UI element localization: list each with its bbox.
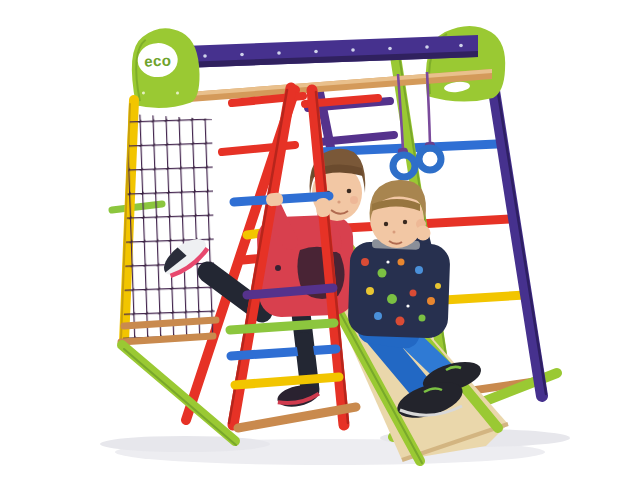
floor-shadow: [100, 429, 570, 465]
eco-panel: eco: [130, 26, 202, 109]
play-gym-scene: eco: [0, 0, 640, 480]
base-rail-left-edge: [124, 349, 236, 445]
ring-1: [393, 155, 415, 177]
purple-rail-right-edge: [496, 80, 546, 394]
climbing-net: [123, 114, 215, 343]
product-photo-children-play-gym: eco: [0, 0, 640, 480]
boy-hand: [416, 226, 431, 241]
eco-logo-text: eco: [144, 51, 172, 69]
base-rail-left: [122, 345, 235, 441]
girl-hand-left: [266, 192, 284, 206]
purple-rail-right: [492, 78, 542, 396]
rung-yellow-382: [235, 377, 339, 385]
ring-2: [419, 148, 441, 170]
